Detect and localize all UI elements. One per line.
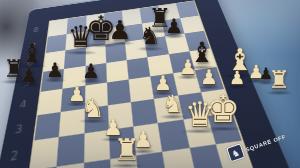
rank-label-2: 2 <box>9 151 19 164</box>
rank-label-4: 4 <box>19 100 27 111</box>
rank-label-5: 5 <box>23 79 31 88</box>
square-a2 <box>31 137 60 168</box>
square-b3 <box>59 108 84 137</box>
square-h3 <box>201 89 233 117</box>
square-d3 <box>108 102 134 130</box>
photo-scene: 87654321 abcdefgh ♜♟♟♚♞♛♝♝♝♟♟♜♟♟♟♟♟♟♜♟♟♞… <box>0 0 300 168</box>
board-squares <box>26 1 252 168</box>
square-a3 <box>34 111 61 140</box>
rank-label-3: 3 <box>14 124 23 136</box>
square-d1 <box>110 155 140 168</box>
rank-label-8: 8 <box>33 27 40 34</box>
rank-label-6: 6 <box>26 60 33 69</box>
square-b2 <box>57 133 84 165</box>
square-c3 <box>84 105 109 134</box>
square-d2 <box>109 127 137 159</box>
square-c2 <box>83 130 109 162</box>
rank-label-7: 7 <box>30 43 37 51</box>
